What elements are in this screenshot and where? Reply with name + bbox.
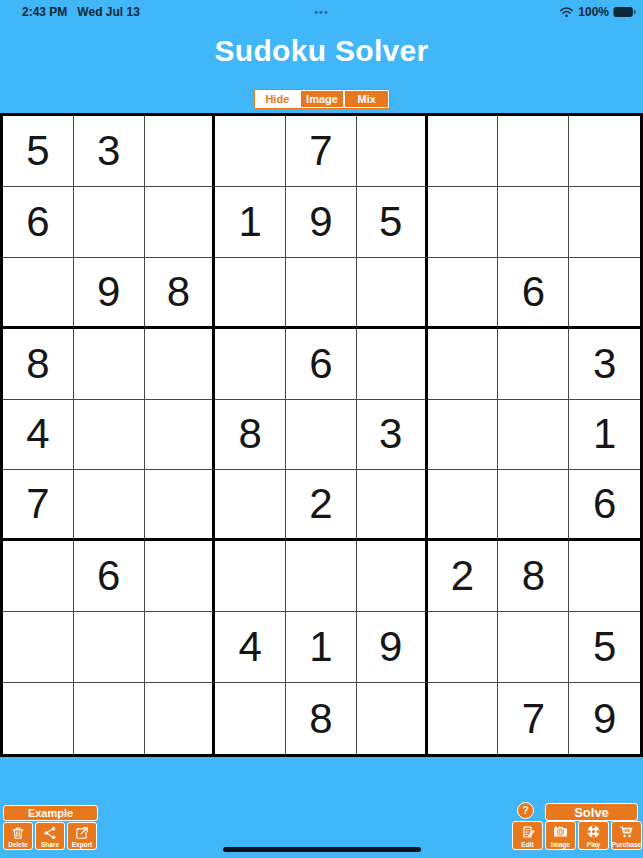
cell-r4c2[interactable]	[74, 329, 145, 400]
cell-r4c6[interactable]	[357, 329, 428, 400]
cell-r2c9[interactable]	[569, 187, 640, 258]
cell-r8c8[interactable]	[498, 612, 569, 683]
cell-r3c3[interactable]: 8	[145, 258, 216, 329]
cell-r6c3[interactable]	[145, 470, 216, 541]
cell-r9c5[interactable]: 8	[286, 683, 357, 754]
cell-r6c8[interactable]	[498, 470, 569, 541]
cell-r6c2[interactable]	[74, 470, 145, 541]
cell-r6c1[interactable]: 7	[3, 470, 74, 541]
status-left: 2:43 PMWed Jul 13	[22, 5, 150, 19]
button-label: Purchase	[612, 841, 641, 848]
home-indicator[interactable]	[223, 847, 421, 852]
cell-r9c7[interactable]	[428, 683, 499, 754]
cell-r4c5[interactable]: 6	[286, 329, 357, 400]
cell-r2c5[interactable]: 9	[286, 187, 357, 258]
cell-r7c9[interactable]	[569, 541, 640, 612]
cell-r3c8[interactable]: 6	[498, 258, 569, 329]
view-mode-segmented-control: HideImageMix	[254, 89, 390, 109]
segment-image[interactable]: Image	[301, 91, 344, 107]
export-icon	[75, 825, 89, 840]
cell-r5c9[interactable]: 1	[569, 400, 640, 471]
segment-mix[interactable]: Mix	[345, 91, 388, 107]
share-icon	[43, 825, 57, 840]
example-bar[interactable]: Example	[3, 805, 98, 821]
image-button[interactable]: Image	[545, 821, 576, 850]
cell-r8c3[interactable]	[145, 612, 216, 683]
cell-r4c3[interactable]	[145, 329, 216, 400]
cell-r7c4[interactable]	[215, 541, 286, 612]
cell-r4c1[interactable]: 8	[3, 329, 74, 400]
purchase-button[interactable]: Purchase	[611, 821, 642, 850]
status-time: 2:43 PM	[22, 5, 67, 19]
cell-r6c5[interactable]: 2	[286, 470, 357, 541]
cell-r1c2[interactable]: 3	[74, 116, 145, 187]
cell-r9c9[interactable]: 9	[569, 683, 640, 754]
button-label: Delete	[8, 841, 28, 848]
cell-r9c4[interactable]	[215, 683, 286, 754]
solve-button[interactable]: Solve	[545, 803, 638, 821]
cell-r6c4[interactable]	[215, 470, 286, 541]
cell-r1c7[interactable]	[428, 116, 499, 187]
cell-r6c6[interactable]	[357, 470, 428, 541]
sudoku-board: 537619598686348317266284195879	[0, 113, 643, 757]
cell-r4c4[interactable]	[215, 329, 286, 400]
cell-r1c1[interactable]: 5	[3, 116, 74, 187]
cell-r8c4[interactable]: 4	[215, 612, 286, 683]
cell-r5c8[interactable]	[498, 400, 569, 471]
share-button[interactable]: Share	[35, 822, 65, 850]
camera-icon	[553, 824, 568, 839]
button-label: Play	[587, 841, 600, 848]
cell-r3c4[interactable]	[215, 258, 286, 329]
edit-button[interactable]: Edit	[512, 821, 543, 850]
cell-r2c6[interactable]: 5	[357, 187, 428, 258]
help-button[interactable]: ?	[517, 802, 534, 819]
cell-r5c1[interactable]: 4	[3, 400, 74, 471]
cell-r5c3[interactable]	[145, 400, 216, 471]
cell-r1c9[interactable]	[569, 116, 640, 187]
cell-r3c6[interactable]	[357, 258, 428, 329]
cell-r7c6[interactable]	[357, 541, 428, 612]
segment-hide[interactable]: Hide	[256, 91, 299, 107]
status-date: Wed Jul 13	[77, 5, 139, 19]
cell-r3c5[interactable]	[286, 258, 357, 329]
cell-r7c8[interactable]: 8	[498, 541, 569, 612]
cell-r2c8[interactable]	[498, 187, 569, 258]
cell-r2c4[interactable]: 1	[215, 187, 286, 258]
edit-icon	[521, 824, 535, 839]
cell-r2c1[interactable]: 6	[3, 187, 74, 258]
cell-r4c7[interactable]	[428, 329, 499, 400]
trash-icon	[11, 825, 25, 840]
button-label: Image	[551, 841, 570, 848]
cell-r5c7[interactable]	[428, 400, 499, 471]
status-bar: 2:43 PMWed Jul 13 ••• 100%	[0, 0, 643, 24]
cell-r7c3[interactable]	[145, 541, 216, 612]
cell-r9c6[interactable]	[357, 683, 428, 754]
button-label: Export	[72, 841, 93, 848]
cell-r9c3[interactable]	[145, 683, 216, 754]
cart-icon	[619, 824, 634, 839]
cell-r8c6[interactable]: 9	[357, 612, 428, 683]
cell-r8c5[interactable]: 1	[286, 612, 357, 683]
cell-r3c2[interactable]: 9	[74, 258, 145, 329]
cell-r8c1[interactable]	[3, 612, 74, 683]
cell-r3c9[interactable]	[569, 258, 640, 329]
cell-r2c7[interactable]	[428, 187, 499, 258]
cell-r3c7[interactable]	[428, 258, 499, 329]
cell-r7c5[interactable]	[286, 541, 357, 612]
ball-icon	[586, 824, 601, 839]
battery-percent: 100%	[578, 5, 609, 19]
left-button-row: DeleteShareExport	[3, 822, 97, 850]
cell-r8c2[interactable]	[74, 612, 145, 683]
cell-r4c9[interactable]: 3	[569, 329, 640, 400]
page-title: Sudoku Solver	[0, 34, 643, 68]
cell-r5c5[interactable]	[286, 400, 357, 471]
right-button-row: EditImagePlayPurchase	[512, 821, 642, 850]
status-right: 100%	[559, 5, 637, 19]
cell-r1c6[interactable]	[357, 116, 428, 187]
cell-r1c4[interactable]	[215, 116, 286, 187]
cell-r8c9[interactable]: 5	[569, 612, 640, 683]
cell-r7c2[interactable]: 6	[74, 541, 145, 612]
cell-r5c6[interactable]: 3	[357, 400, 428, 471]
cell-r9c2[interactable]	[74, 683, 145, 754]
cell-r5c4[interactable]: 8	[215, 400, 286, 471]
wifi-icon	[559, 6, 574, 18]
play-button[interactable]: Play	[578, 821, 609, 850]
app-screen: 2:43 PMWed Jul 13 ••• 100% Sudoku Solver…	[0, 0, 643, 858]
button-label: Share	[41, 841, 59, 848]
status-center-dots: •••	[314, 6, 329, 18]
cell-r2c2[interactable]	[74, 187, 145, 258]
delete-button[interactable]: Delete	[3, 822, 33, 850]
cell-r9c8[interactable]: 7	[498, 683, 569, 754]
cell-r1c3[interactable]	[145, 116, 216, 187]
button-label: Edit	[521, 841, 533, 848]
battery-icon	[613, 6, 637, 18]
export-button[interactable]: Export	[67, 822, 97, 850]
cell-r5c2[interactable]	[74, 400, 145, 471]
cell-r2c3[interactable]	[145, 187, 216, 258]
cell-r1c5[interactable]: 7	[286, 116, 357, 187]
cell-r6c9[interactable]: 6	[569, 470, 640, 541]
cell-r8c7[interactable]	[428, 612, 499, 683]
cell-r9c1[interactable]	[3, 683, 74, 754]
cell-r1c8[interactable]	[498, 116, 569, 187]
cell-r7c7[interactable]: 2	[428, 541, 499, 612]
cell-r7c1[interactable]	[3, 541, 74, 612]
cell-r3c1[interactable]	[3, 258, 74, 329]
cell-r6c7[interactable]	[428, 470, 499, 541]
cell-r4c8[interactable]	[498, 329, 569, 400]
